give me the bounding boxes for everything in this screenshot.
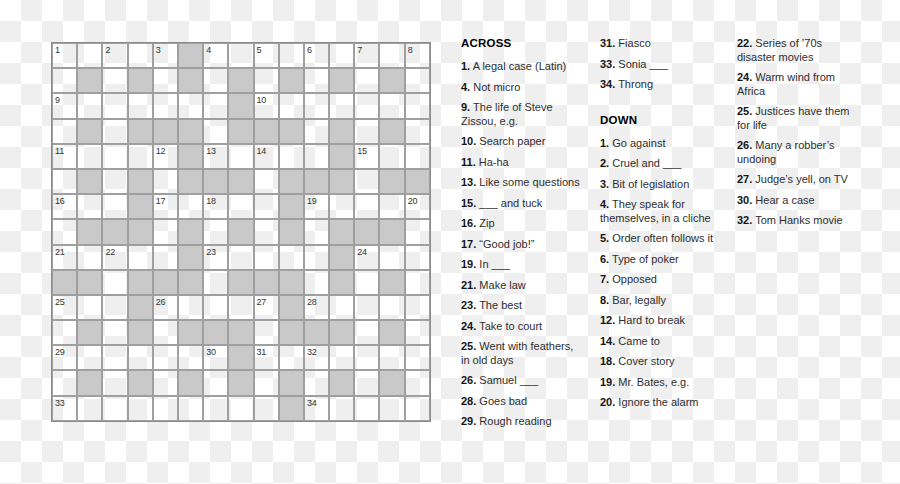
clue-down-30: 30. Hear a case [737, 194, 854, 208]
open-cell-r3c11[interactable] [304, 93, 329, 118]
open-cell-r1c15[interactable]: 8 [405, 43, 430, 68]
open-cell-r15c1[interactable]: 33 [52, 396, 77, 421]
open-cell-r3c15[interactable] [405, 93, 430, 118]
open-cell-r8c11[interactable] [304, 219, 329, 244]
open-cell-r15c11[interactable]: 34 [304, 396, 329, 421]
clue-number: 32. [737, 214, 752, 226]
clue-number: 1. [461, 60, 470, 72]
blocked-cell-r12c6 [178, 320, 203, 345]
clue-down-18: 18. Cover story [600, 355, 732, 369]
clue-number: 4. [600, 198, 609, 210]
clue-column-2: 31. Fiasco33. Sonia ___34. ThrongDOWN1. … [600, 37, 732, 417]
blocked-cell-r3c8 [228, 93, 253, 118]
open-cell-r11c6[interactable] [178, 295, 203, 320]
open-cell-r13c4[interactable] [128, 345, 153, 370]
open-cell-r15c8[interactable] [228, 396, 253, 421]
open-cell-r3c7[interactable] [203, 93, 228, 118]
blocked-cell-r14c2 [77, 370, 102, 395]
blocked-cell-r10c4 [128, 270, 153, 295]
clue-number: 30. [737, 194, 752, 206]
open-cell-r15c12[interactable] [329, 396, 354, 421]
open-cell-r14c11[interactable] [304, 370, 329, 395]
open-cell-r15c3[interactable] [102, 396, 127, 421]
cell-number-25: 25 [55, 297, 65, 307]
clue-down-22: 22. Series of ’70s disaster movies [737, 37, 854, 64]
open-cell-r11c3[interactable] [102, 295, 127, 320]
open-cell-r6c5[interactable] [153, 169, 178, 194]
blocked-cell-r14c12 [329, 370, 354, 395]
open-cell-r12c15[interactable] [405, 320, 430, 345]
blocked-cell-r2c6 [178, 68, 203, 93]
open-cell-r3c3[interactable] [102, 93, 127, 118]
open-cell-r10c7[interactable] [203, 270, 228, 295]
cell-number-20: 20 [408, 196, 418, 206]
clue-number: 16. [461, 217, 476, 229]
cell-number-24: 24 [357, 247, 367, 257]
clue-number: 22. [737, 37, 752, 49]
clue-number: 13. [461, 176, 476, 188]
blocked-cell-r2c2 [77, 68, 102, 93]
open-cell-r12c13[interactable] [354, 320, 379, 345]
open-cell-r9c15[interactable] [405, 245, 430, 270]
open-cell-r3c4[interactable] [128, 93, 153, 118]
open-cell-r7c12[interactable] [329, 194, 354, 219]
open-cell-r7c14[interactable] [379, 194, 404, 219]
clue-across-31: 31. Fiasco [600, 37, 732, 51]
open-cell-r13c7[interactable]: 30 [203, 345, 228, 370]
open-cell-r6c13[interactable] [354, 169, 379, 194]
open-cell-r10c3[interactable] [102, 270, 127, 295]
clue-number: 23. [461, 299, 476, 311]
open-cell-r5c5[interactable]: 12 [153, 144, 178, 169]
cell-number-13: 13 [206, 146, 216, 156]
blocked-cell-r14c14 [379, 370, 404, 395]
cell-number-15: 15 [357, 146, 367, 156]
clue-across-17: 17. “Good job!” [461, 238, 581, 252]
blocked-cell-r12c14 [379, 320, 404, 345]
open-cell-r14c7[interactable] [203, 370, 228, 395]
open-cell-r6c9[interactable] [254, 169, 279, 194]
blocked-cell-r6c8 [228, 169, 253, 194]
clue-across-23: 23. The best [461, 299, 581, 313]
open-cell-r15c7[interactable] [203, 396, 228, 421]
open-cell-r1c14[interactable] [379, 43, 404, 68]
open-cell-r9c3[interactable]: 22 [102, 245, 127, 270]
clue-down-27: 27. Judge’s yell, on TV [737, 173, 854, 187]
blocked-cell-r4c8 [228, 119, 253, 144]
open-cell-r7c3[interactable] [102, 194, 127, 219]
open-cell-r3c5[interactable] [153, 93, 178, 118]
cell-number-1: 1 [55, 45, 60, 55]
blocked-cell-r7c4 [128, 194, 153, 219]
blocked-cell-r6c4 [128, 169, 153, 194]
open-cell-r13c9[interactable]: 31 [254, 345, 279, 370]
clue-across-28: 28. Goes bad [461, 395, 581, 409]
clue-number: 26. [461, 374, 476, 386]
open-cell-r7c1[interactable]: 16 [52, 194, 77, 219]
blocked-cell-r8c13 [354, 219, 379, 244]
clue-across-21: 21. Make law [461, 279, 581, 293]
blocked-cell-r4c2 [77, 119, 102, 144]
cell-number-7: 7 [357, 45, 362, 55]
blocked-cell-r14c6 [178, 370, 203, 395]
blocked-cell-r10c1 [52, 270, 77, 295]
clue-down-24: 24. Warm wind from Africa [737, 71, 854, 98]
open-cell-r2c15[interactable] [405, 68, 430, 93]
blocked-cell-r6c14 [379, 169, 404, 194]
open-cell-r11c12[interactable] [329, 295, 354, 320]
open-cell-r9c8[interactable] [228, 245, 253, 270]
open-cell-r11c2[interactable] [77, 295, 102, 320]
clue-number: 1. [600, 137, 609, 149]
open-cell-r7c6[interactable] [178, 194, 203, 219]
clue-down-2: 2. Cruel and ___ [600, 157, 732, 171]
open-cell-r6c1[interactable] [52, 169, 77, 194]
open-cell-r4c15[interactable] [405, 119, 430, 144]
blocked-cell-r2c4 [128, 68, 153, 93]
open-cell-r13c5[interactable] [153, 345, 178, 370]
clue-number: 20. [600, 396, 615, 408]
cell-number-4: 4 [206, 45, 211, 55]
open-cell-r9c4[interactable] [128, 245, 153, 270]
cell-number-16: 16 [55, 196, 65, 206]
blocked-cell-r10c12 [329, 270, 354, 295]
clue-down-5: 5. Order often follows it [600, 232, 732, 246]
cell-number-5: 5 [257, 45, 262, 55]
open-cell-r8c7[interactable] [203, 219, 228, 244]
clue-across-1: 1. A legal case (Latin) [461, 60, 581, 74]
clue-across-29: 29. Rough reading [461, 415, 581, 429]
open-cell-r6c3[interactable] [102, 169, 127, 194]
cell-number-29: 29 [55, 347, 65, 357]
clue-number: 8. [600, 294, 609, 306]
open-cell-r15c6[interactable] [178, 396, 203, 421]
cell-number-21: 21 [55, 247, 65, 257]
open-cell-r7c9[interactable] [254, 194, 279, 219]
blocked-cell-r6c15 [405, 169, 430, 194]
open-cell-r3c10[interactable] [279, 93, 304, 118]
open-cell-r7c8[interactable] [228, 194, 253, 219]
clue-across-24: 24. Take to court [461, 320, 581, 334]
cell-number-33: 33 [55, 398, 65, 408]
open-cell-r13c13[interactable] [354, 345, 379, 370]
open-cell-r14c1[interactable] [52, 370, 77, 395]
open-cell-r4c1[interactable] [52, 119, 77, 144]
open-cell-r4c3[interactable] [102, 119, 127, 144]
open-cell-r8c9[interactable] [254, 219, 279, 244]
open-cell-r1c2[interactable] [77, 43, 102, 68]
open-cell-r9c1[interactable]: 21 [52, 245, 77, 270]
blocked-cell-r1c6 [178, 43, 203, 68]
cell-number-22: 22 [105, 247, 115, 257]
open-cell-r5c9[interactable]: 14 [254, 144, 279, 169]
blocked-cell-r8c12 [329, 219, 354, 244]
open-cell-r5c15[interactable] [405, 144, 430, 169]
open-cell-r9c9[interactable] [254, 245, 279, 270]
blocked-cell-r11c10 [279, 295, 304, 320]
open-cell-r5c2[interactable] [77, 144, 102, 169]
blocked-cell-r4c12 [329, 119, 354, 144]
crossword-grid: 1234567891011121314151617181920212223242… [51, 42, 431, 422]
open-cell-r11c7[interactable] [203, 295, 228, 320]
open-cell-r9c10[interactable] [279, 245, 304, 270]
cell-number-34: 34 [307, 398, 317, 408]
cell-number-23: 23 [206, 247, 216, 257]
clue-column-3: 22. Series of ’70s disaster movies24. Wa… [737, 37, 854, 235]
open-cell-r2c5[interactable] [153, 68, 178, 93]
clue-down-7: 7. Opposed [600, 273, 732, 287]
open-cell-r1c8[interactable] [228, 43, 253, 68]
blocked-cell-r2c14 [379, 68, 404, 93]
open-cell-r7c11[interactable]: 19 [304, 194, 329, 219]
open-cell-r1c4[interactable] [128, 43, 153, 68]
cell-number-14: 14 [257, 146, 267, 156]
open-cell-r5c3[interactable] [102, 144, 127, 169]
open-cell-r9c13[interactable]: 24 [354, 245, 379, 270]
open-cell-r3c14[interactable] [379, 93, 404, 118]
cell-number-2: 2 [105, 45, 110, 55]
open-cell-r5c11[interactable] [304, 144, 329, 169]
open-cell-r1c12[interactable] [329, 43, 354, 68]
cell-number-31: 31 [257, 347, 267, 357]
open-cell-r13c3[interactable] [102, 345, 127, 370]
open-cell-r11c11[interactable]: 28 [304, 295, 329, 320]
clue-number: 4. [461, 81, 470, 93]
open-cell-r9c5[interactable] [153, 245, 178, 270]
open-cell-r15c14[interactable] [379, 396, 404, 421]
blocked-cell-r10c14 [379, 270, 404, 295]
open-cell-r11c9[interactable]: 27 [254, 295, 279, 320]
clue-down-6: 6. Type of poker [600, 253, 732, 267]
down-header: DOWN [600, 114, 732, 127]
blocked-cell-r8c2 [77, 219, 102, 244]
clue-across-25: 25. Went with feathers, in old days [461, 340, 581, 367]
cell-number-28: 28 [307, 297, 317, 307]
blocked-cell-r2c8 [228, 68, 253, 93]
open-cell-r14c9[interactable] [254, 370, 279, 395]
open-cell-r8c1[interactable] [52, 219, 77, 244]
open-cell-r7c7[interactable]: 18 [203, 194, 228, 219]
clue-number: 24. [737, 71, 752, 83]
open-cell-r14c15[interactable] [405, 370, 430, 395]
clue-number: 27. [737, 173, 752, 185]
open-cell-r3c12[interactable] [329, 93, 354, 118]
cell-number-3: 3 [156, 45, 161, 55]
blocked-cell-r6c12 [329, 169, 354, 194]
clue-across-26: 26. Samuel ___ [461, 374, 581, 388]
open-cell-r12c3[interactable] [102, 320, 127, 345]
open-cell-r1c7[interactable]: 4 [203, 43, 228, 68]
blocked-cell-r13c8 [228, 345, 253, 370]
clue-number: 6. [600, 253, 609, 265]
blocked-cell-r12c8 [228, 320, 253, 345]
open-cell-r12c5[interactable] [153, 320, 178, 345]
open-cell-r1c11[interactable]: 6 [304, 43, 329, 68]
clue-number: 19. [600, 376, 615, 388]
open-cell-r1c13[interactable]: 7 [354, 43, 379, 68]
open-cell-r3c9[interactable]: 10 [254, 93, 279, 118]
open-cell-r13c15[interactable] [405, 345, 430, 370]
clue-number: 11. [461, 156, 476, 168]
blocked-cell-r12c7 [203, 320, 228, 345]
open-cell-r1c10[interactable] [279, 43, 304, 68]
open-cell-r7c5[interactable]: 17 [153, 194, 178, 219]
open-cell-r3c6[interactable] [178, 93, 203, 118]
open-cell-r1c5[interactable]: 3 [153, 43, 178, 68]
blocked-cell-r10c8 [228, 270, 253, 295]
blocked-cell-r8c10 [279, 219, 304, 244]
clue-down-12: 12. Hard to break [600, 314, 732, 328]
blocked-cell-r6c11 [304, 169, 329, 194]
clue-down-8: 8. Bar, legally [600, 294, 732, 308]
clue-number: 5. [600, 232, 609, 244]
open-cell-r3c13[interactable] [354, 93, 379, 118]
open-cell-r15c2[interactable] [77, 396, 102, 421]
clue-number: 25. [737, 105, 752, 117]
open-cell-r11c14[interactable] [379, 295, 404, 320]
open-cell-r13c14[interactable] [379, 345, 404, 370]
open-cell-r5c7[interactable]: 13 [203, 144, 228, 169]
across-header: ACROSS [461, 37, 581, 50]
open-cell-r5c1[interactable]: 11 [52, 144, 77, 169]
open-cell-r2c13[interactable] [354, 68, 379, 93]
open-cell-r2c11[interactable] [304, 68, 329, 93]
open-cell-r9c7[interactable]: 23 [203, 245, 228, 270]
blocked-cell-r7c10 [279, 194, 304, 219]
open-cell-r3c1[interactable]: 9 [52, 93, 77, 118]
clue-number: 19. [461, 258, 476, 270]
blocked-cell-r15c10 [279, 396, 304, 421]
open-cell-r13c11[interactable]: 32 [304, 345, 329, 370]
clue-number: 7. [600, 273, 609, 285]
open-cell-r15c4[interactable] [128, 396, 153, 421]
cell-number-11: 11 [55, 146, 64, 156]
open-cell-r15c15[interactable] [405, 396, 430, 421]
open-cell-r11c1[interactable]: 25 [52, 295, 77, 320]
blocked-cell-r4c10 [279, 119, 304, 144]
clue-number: 21. [461, 279, 476, 291]
open-cell-r11c13[interactable] [354, 295, 379, 320]
blocked-cell-r6c2 [77, 169, 102, 194]
open-cell-r12c1[interactable] [52, 320, 77, 345]
blocked-cell-r5c6 [178, 144, 203, 169]
open-cell-r5c13[interactable]: 15 [354, 144, 379, 169]
open-cell-r8c15[interactable] [405, 219, 430, 244]
open-cell-r13c6[interactable] [178, 345, 203, 370]
blocked-cell-r8c6 [178, 219, 203, 244]
clue-down-1: 1. Go against [600, 137, 732, 151]
clue-down-32: 32. Tom Hanks movie [737, 214, 854, 228]
clue-number: 26. [737, 139, 752, 151]
blocked-cell-r10c5 [153, 270, 178, 295]
open-cell-r4c11[interactable] [304, 119, 329, 144]
open-cell-r15c5[interactable] [153, 396, 178, 421]
open-cell-r11c15[interactable] [405, 295, 430, 320]
clue-number: 9. [461, 101, 470, 113]
blocked-cell-r12c11 [304, 320, 329, 345]
cell-number-32: 32 [307, 347, 317, 357]
open-cell-r10c11[interactable] [304, 270, 329, 295]
clue-down-26: 26. Many a robber’s undoing [737, 139, 854, 166]
blocked-cell-r6c10 [279, 169, 304, 194]
clue-down-25: 25. Justices have them for life [737, 105, 854, 132]
open-cell-r11c8[interactable] [228, 295, 253, 320]
open-cell-r9c14[interactable] [379, 245, 404, 270]
open-cell-r5c8[interactable] [228, 144, 253, 169]
open-cell-r3c2[interactable] [77, 93, 102, 118]
clue-across-15: 15. ___ and tuck [461, 197, 581, 211]
open-cell-r1c9[interactable]: 5 [254, 43, 279, 68]
open-cell-r13c10[interactable] [279, 345, 304, 370]
open-cell-r1c3[interactable]: 2 [102, 43, 127, 68]
clue-number: 31. [600, 37, 615, 49]
open-cell-r2c9[interactable] [254, 68, 279, 93]
open-cell-r14c3[interactable] [102, 370, 127, 395]
open-cell-r7c15[interactable]: 20 [405, 194, 430, 219]
open-cell-r7c13[interactable] [354, 194, 379, 219]
clue-number: 15. [461, 197, 476, 209]
open-cell-r13c1[interactable]: 29 [52, 345, 77, 370]
open-cell-r15c13[interactable] [354, 396, 379, 421]
open-cell-r14c5[interactable] [153, 370, 178, 395]
blocked-cell-r10c6 [178, 270, 203, 295]
open-cell-r4c7[interactable] [203, 119, 228, 144]
clue-number: 24. [461, 320, 476, 332]
clue-across-11: 11. Ha-ha [461, 156, 581, 170]
open-cell-r15c9[interactable] [254, 396, 279, 421]
open-cell-r5c10[interactable] [279, 144, 304, 169]
blocked-cell-r12c12 [329, 320, 354, 345]
open-cell-r5c14[interactable] [379, 144, 404, 169]
open-cell-r1c1[interactable]: 1 [52, 43, 77, 68]
open-cell-r2c7[interactable] [203, 68, 228, 93]
clue-number: 2. [600, 157, 609, 169]
cell-number-17: 17 [156, 196, 166, 206]
open-cell-r2c1[interactable] [52, 68, 77, 93]
blocked-cell-r12c10 [279, 320, 304, 345]
open-cell-r9c11[interactable] [304, 245, 329, 270]
cell-number-6: 6 [307, 45, 312, 55]
open-cell-r14c13[interactable] [354, 370, 379, 395]
clue-across-10: 10. Search paper [461, 135, 581, 149]
open-cell-r8c5[interactable] [153, 219, 178, 244]
clue-number: 3. [600, 178, 609, 190]
clue-across-13: 13. Like some questions [461, 176, 581, 190]
blocked-cell-r4c5 [153, 119, 178, 144]
open-cell-r11c5[interactable]: 26 [153, 295, 178, 320]
clue-number: 29. [461, 415, 476, 427]
open-cell-r5c4[interactable] [128, 144, 153, 169]
clue-number: 18. [600, 355, 615, 367]
open-cell-r2c3[interactable] [102, 68, 127, 93]
open-cell-r7c2[interactable] [77, 194, 102, 219]
clue-across-9: 9. The life of Steve Zissou, e.g. [461, 101, 581, 128]
open-cell-r13c2[interactable] [77, 345, 102, 370]
blocked-cell-r9c6 [178, 245, 203, 270]
blocked-cell-r4c4 [128, 119, 153, 144]
open-cell-r4c13[interactable] [354, 119, 379, 144]
cell-number-27: 27 [257, 297, 267, 307]
cell-number-30: 30 [206, 347, 216, 357]
open-cell-r10c15[interactable] [405, 270, 430, 295]
blocked-cell-r8c3 [102, 219, 127, 244]
blocked-cell-r10c10 [279, 270, 304, 295]
open-cell-r9c2[interactable] [77, 245, 102, 270]
blocked-cell-r2c10 [279, 68, 304, 93]
open-cell-r12c9[interactable] [254, 320, 279, 345]
open-cell-r10c13[interactable] [354, 270, 379, 295]
open-cell-r13c12[interactable] [329, 345, 354, 370]
